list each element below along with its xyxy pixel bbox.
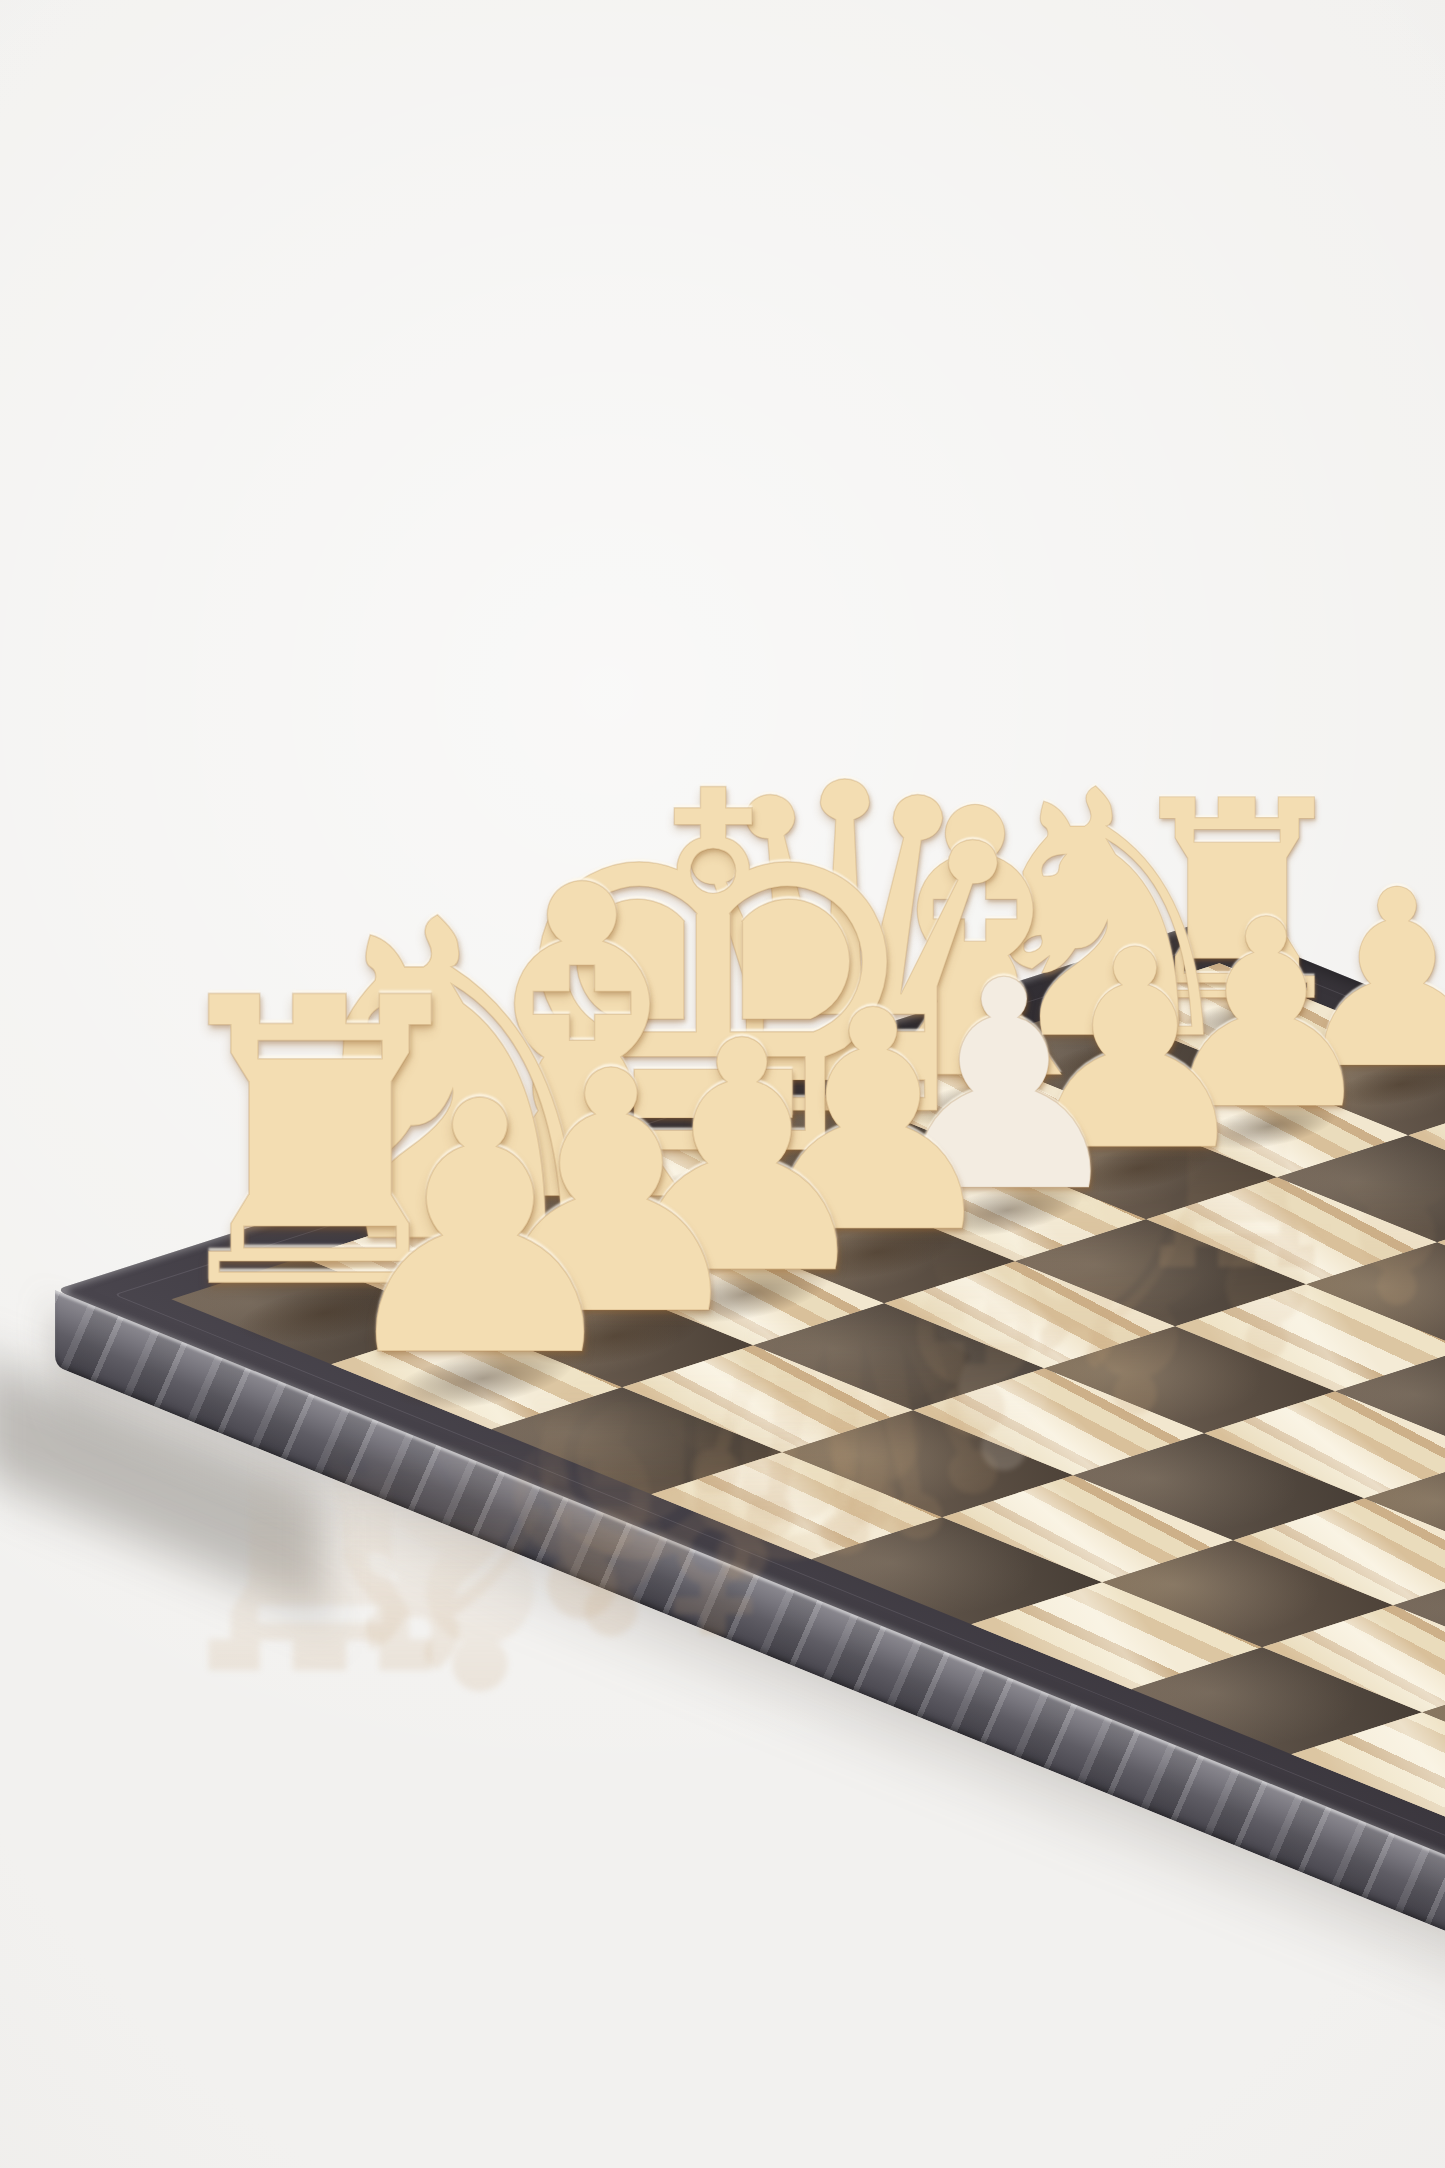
piece-glyph-pawn: ♟ [324, 1057, 636, 1405]
product-photo: ♜♜♟♟♞♞♟♟♝♝♟♟♛♛♟♟♚♚♟♟♝♝♟♟♞♞♟♟♜♜♟♟ [0, 0, 1445, 2168]
piece-reflection: ♟ [324, 1384, 636, 1732]
pieces-layer: ♜♜♟♟♞♞♟♟♝♝♟♟♛♛♟♟♚♚♟♟♝♝♟♟♞♞♟♟♜♜♟♟ [55, 920, 1208, 1290]
